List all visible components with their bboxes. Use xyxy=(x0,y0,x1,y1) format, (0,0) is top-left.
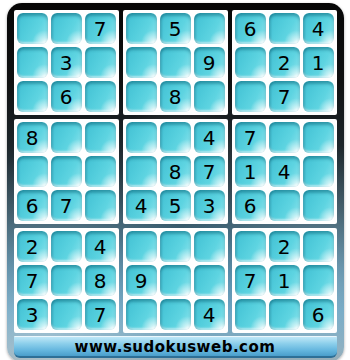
cell-r6c5[interactable]: 5 xyxy=(160,190,191,221)
cell-r8c4[interactable]: 9 xyxy=(126,265,157,296)
site-url[interactable]: www.sudokusweb.com xyxy=(75,338,276,356)
cell-r4c4[interactable] xyxy=(126,122,157,153)
cell-r6c9[interactable] xyxy=(303,190,334,221)
cell-r1c1[interactable] xyxy=(17,13,48,44)
cell-r5c6[interactable]: 7 xyxy=(194,156,225,187)
cell-r8c9[interactable] xyxy=(303,265,334,296)
cell-r6c1[interactable]: 6 xyxy=(17,190,48,221)
cell-r8c8[interactable]: 1 xyxy=(269,265,300,296)
cell-r2c4[interactable] xyxy=(126,47,157,78)
cell-r4c2[interactable] xyxy=(51,122,82,153)
cell-r7c3[interactable]: 4 xyxy=(85,231,116,262)
cell-r6c3[interactable] xyxy=(85,190,116,221)
box-5: 487453 xyxy=(123,119,228,224)
cell-r3c6[interactable] xyxy=(194,81,225,112)
cell-r1c9[interactable]: 4 xyxy=(303,13,334,44)
cell-r4c7[interactable]: 7 xyxy=(235,122,266,153)
cell-r1c5[interactable]: 5 xyxy=(160,13,191,44)
box-6: 7146 xyxy=(232,119,337,224)
box-4: 867 xyxy=(14,119,119,224)
cell-r5c9[interactable] xyxy=(303,156,334,187)
cell-r4c1[interactable]: 8 xyxy=(17,122,48,153)
cell-r5c5[interactable]: 8 xyxy=(160,156,191,187)
cell-r5c7[interactable]: 1 xyxy=(235,156,266,187)
cell-r5c3[interactable] xyxy=(85,156,116,187)
cell-r7c5[interactable] xyxy=(160,231,191,262)
cell-r2c6[interactable]: 9 xyxy=(194,47,225,78)
cell-r4c8[interactable] xyxy=(269,122,300,153)
cell-r6c6[interactable]: 3 xyxy=(194,190,225,221)
cell-r7c9[interactable] xyxy=(303,231,334,262)
cell-r2c3[interactable] xyxy=(85,47,116,78)
cell-r1c4[interactable] xyxy=(126,13,157,44)
cell-r5c4[interactable] xyxy=(126,156,157,187)
box-8: 94 xyxy=(123,228,228,333)
cell-r3c8[interactable]: 7 xyxy=(269,81,300,112)
cell-r9c6[interactable]: 4 xyxy=(194,299,225,330)
cell-r9c3[interactable]: 7 xyxy=(85,299,116,330)
cell-r7c6[interactable] xyxy=(194,231,225,262)
cell-r5c2[interactable] xyxy=(51,156,82,187)
cell-r8c7[interactable]: 7 xyxy=(235,265,266,296)
cell-r1c7[interactable]: 6 xyxy=(235,13,266,44)
cell-r9c7[interactable] xyxy=(235,299,266,330)
cell-r9c5[interactable] xyxy=(160,299,191,330)
cell-r3c2[interactable]: 6 xyxy=(51,81,82,112)
cell-r9c8[interactable] xyxy=(269,299,300,330)
box-7: 247837 xyxy=(14,228,119,333)
cell-r4c9[interactable] xyxy=(303,122,334,153)
cell-r4c6[interactable]: 4 xyxy=(194,122,225,153)
box-1: 736 xyxy=(14,10,119,115)
cell-r1c8[interactable] xyxy=(269,13,300,44)
cell-r7c2[interactable] xyxy=(51,231,82,262)
cell-r7c8[interactable]: 2 xyxy=(269,231,300,262)
cell-r5c8[interactable]: 4 xyxy=(269,156,300,187)
cell-r8c5[interactable] xyxy=(160,265,191,296)
cell-r7c1[interactable]: 2 xyxy=(17,231,48,262)
cell-r8c1[interactable]: 7 xyxy=(17,265,48,296)
cell-r9c9[interactable]: 6 xyxy=(303,299,334,330)
cell-r2c9[interactable]: 1 xyxy=(303,47,334,78)
box-2: 598 xyxy=(123,10,228,115)
cell-r6c7[interactable]: 6 xyxy=(235,190,266,221)
box-9: 2716 xyxy=(232,228,337,333)
sudoku-card: 736598642178674874537146247837942716 www… xyxy=(7,3,344,360)
cell-r8c3[interactable]: 8 xyxy=(85,265,116,296)
cell-r7c4[interactable] xyxy=(126,231,157,262)
cell-r3c3[interactable] xyxy=(85,81,116,112)
cell-r5c1[interactable] xyxy=(17,156,48,187)
cell-r9c4[interactable] xyxy=(126,299,157,330)
cell-r2c5[interactable] xyxy=(160,47,191,78)
box-3: 64217 xyxy=(232,10,337,115)
cell-r2c1[interactable] xyxy=(17,47,48,78)
cell-r4c3[interactable] xyxy=(85,122,116,153)
cell-r2c8[interactable]: 2 xyxy=(269,47,300,78)
cell-r7c7[interactable] xyxy=(235,231,266,262)
cell-r6c4[interactable]: 4 xyxy=(126,190,157,221)
cell-r6c2[interactable]: 7 xyxy=(51,190,82,221)
cell-r1c6[interactable] xyxy=(194,13,225,44)
sudoku-board: 736598642178674874537146247837942716 xyxy=(14,10,337,333)
cell-r4c5[interactable] xyxy=(160,122,191,153)
cell-r1c3[interactable]: 7 xyxy=(85,13,116,44)
cell-r2c2[interactable]: 3 xyxy=(51,47,82,78)
cell-r3c9[interactable] xyxy=(303,81,334,112)
cell-r3c7[interactable] xyxy=(235,81,266,112)
cell-r9c1[interactable]: 3 xyxy=(17,299,48,330)
cell-r6c8[interactable] xyxy=(269,190,300,221)
cell-r8c2[interactable] xyxy=(51,265,82,296)
cell-r3c4[interactable] xyxy=(126,81,157,112)
cell-r1c2[interactable] xyxy=(51,13,82,44)
cell-r3c5[interactable]: 8 xyxy=(160,81,191,112)
footer-banner: www.sudokusweb.com xyxy=(14,336,337,358)
cell-r9c2[interactable] xyxy=(51,299,82,330)
cell-r3c1[interactable] xyxy=(17,81,48,112)
cell-r8c6[interactable] xyxy=(194,265,225,296)
cell-r2c7[interactable] xyxy=(235,47,266,78)
